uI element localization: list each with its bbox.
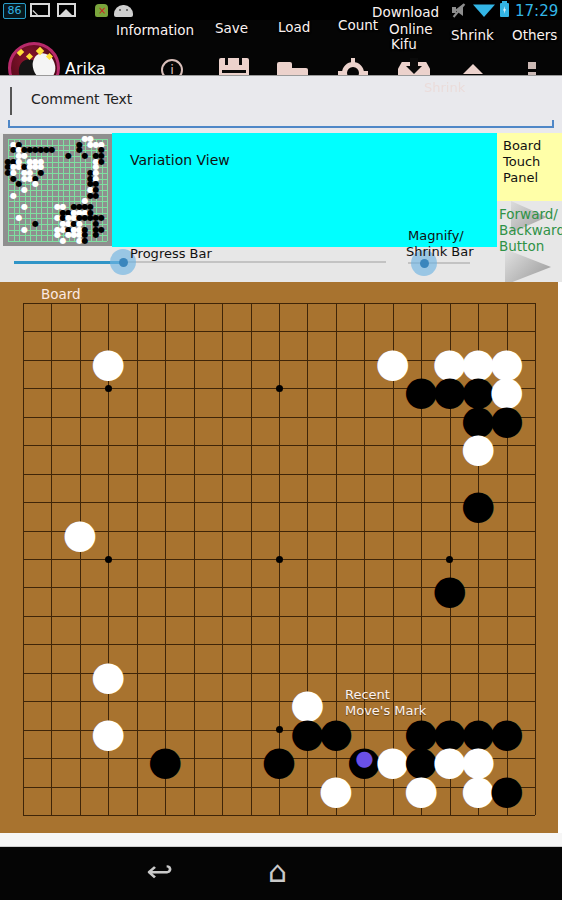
crosshair-tick [351,58,355,65]
stone-white: ● [21,203,28,211]
star-point [446,556,453,563]
stone-white: ● [461,427,496,467]
battery-nub [502,1,507,3]
progress-slider-fill [14,261,123,264]
gmail-flap [32,5,42,15]
stone-black: ● [93,232,100,240]
download-arrow-stem [410,58,418,66]
overflow-dot [528,62,536,69]
grid-vline [535,303,536,815]
label-forward-2: Backward [499,222,562,238]
label-recent-2: Move's Mark [345,703,426,718]
label-forward-3: Button [499,238,544,254]
stone-white: ● [404,768,439,808]
stone-white: ● [91,711,126,751]
label-recent-1: Recent [345,687,390,702]
charging-bolt [503,6,506,14]
save-line [222,70,246,73]
comment-field[interactable]: Comment Text Shrink [0,75,562,133]
stone-black: ● [65,152,72,160]
label-magnify-2: Shrink Bar [406,244,474,259]
home-icon[interactable]: ⌂ [268,857,287,887]
grid-hline [23,787,535,788]
android-eye [126,9,128,11]
stone-black: ● [49,147,56,155]
grid-hline [23,616,535,617]
stone-black: ● [461,484,496,524]
label-board-touch-2: Touch [503,154,540,169]
forward-button[interactable] [505,249,551,285]
label-information: Information [116,22,194,38]
stone-black: ● [82,152,89,160]
stone-black: ● [93,192,100,200]
stone-white: ● [60,237,67,245]
label-others: Others [512,27,557,43]
stone-black: ● [148,740,183,780]
gallery-icon [57,3,76,17]
save-notch [239,58,242,65]
stone-white: ● [91,341,126,381]
stone-black: ● [489,768,524,808]
mute-icon [451,3,468,17]
stone-white: ● [32,181,39,189]
underline-tick [8,120,10,128]
stone-white: ● [91,654,126,694]
battery-percent-badge: 86 [3,3,26,19]
underline-tick [552,120,554,128]
battery-icon [500,3,509,17]
android-eye [119,9,121,11]
star-point [276,556,283,563]
label-variation-view: Variation View [130,152,230,168]
label-download: Download [372,4,439,20]
stone-black: ● [32,220,39,228]
thumb-dot [420,259,429,268]
stone-white: ● [16,215,23,223]
grid-hline [23,815,535,816]
edittext-underline [8,126,554,128]
stone-white: ● [62,512,97,552]
recent-move-marker: ● [355,748,373,769]
thumb-dot [119,258,128,267]
stone-white: ● [21,186,28,194]
grid-vline [107,139,108,241]
label-kifu: Kifu [391,36,417,52]
label-board-touch-3: Panel [503,170,538,185]
save-notch [225,58,228,65]
middle-strip: ●●●●●●●●●●●●●●●●●●●●●●●●●●●●●●●●●●●●●●●●… [0,133,562,282]
wifi-icon [473,3,495,17]
android-head-icon [114,5,133,17]
star-point [105,385,112,392]
variation-mini-board[interactable]: ●●●●●●●●●●●●●●●●●●●●●●●●●●●●●●●●●●●●●●●●… [3,134,112,246]
label-board: Board [41,286,81,302]
debug-x: × [98,6,106,16]
label-forward-1: Forward/ [499,206,558,222]
board-panel[interactable]: Board ●●●●●●●●●●●●●●●●●●●●●●●●●●●●●●●●●●… [0,282,558,833]
star-point [276,385,283,392]
android-debug-icon: × [95,4,108,17]
label-magnify-1: Magnify/ [408,228,464,243]
grid-hline [23,701,535,702]
sparkle [16,48,24,56]
label-load: Load [278,19,310,35]
stone-black: ● [262,740,297,780]
eject-triangle [463,64,483,74]
bottom-strip [0,833,562,847]
star-point [276,726,283,733]
label-shrink: Shrink [451,27,494,43]
stone-white: ● [21,226,28,234]
stone-black: ● [82,237,89,245]
text-cursor [10,87,12,115]
clock: 17:29 [515,2,558,20]
stone-white: ● [318,768,353,808]
go-board[interactable]: ●●●●●●●●●●●●●●●●●●●●●●●●●●●●●●●●●●●● [23,303,535,815]
grid-hline [23,644,535,645]
gallery-mountain [60,9,72,15]
stone-black: ● [432,569,467,609]
status-bar: 86 × 17:29 [0,0,562,20]
mini-board-grid: ●●●●●●●●●●●●●●●●●●●●●●●●●●●●●●●●●●●●●●●●… [8,139,107,241]
comment-label: Comment Text [31,91,132,107]
stone-white: ● [10,192,17,200]
label-board-touch-1: Board [503,138,541,153]
label-progress-bar: Progress Bar [130,246,212,261]
gmail-icon [30,3,50,17]
back-icon[interactable]: ↩ [146,858,173,886]
grid-hline [8,241,107,242]
download-arrow-head [406,66,422,74]
navigation-bar: ↩ ⌂ [0,847,562,900]
star-point [105,556,112,563]
label-online: Online [389,21,433,37]
screen: 86 × 17:29 [0,0,562,900]
label-save: Save [215,20,248,36]
label-shrink-ghost: Shrink [424,80,465,95]
